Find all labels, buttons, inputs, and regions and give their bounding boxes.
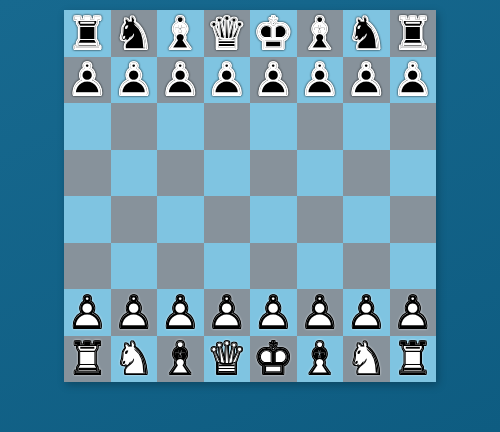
piece-black-pawn[interactable]: ♟♙ [250,57,297,104]
piece-outline-layer: ♗ [297,336,344,383]
square-f7[interactable]: ♟♙ [297,57,344,104]
piece-outline-layer: ♙ [297,289,344,336]
piece-black-pawn[interactable]: ♟♙ [390,57,437,104]
piece-black-king[interactable]: ♚♔ [250,10,297,57]
square-a7[interactable]: ♟♙ [64,57,111,104]
square-g1[interactable]: ♞♘ [343,336,390,383]
square-d8[interactable]: ♛♕ [204,10,251,57]
piece-black-pawn[interactable]: ♟♙ [204,57,251,104]
square-b5[interactable] [111,150,158,197]
square-h5[interactable] [390,150,437,197]
square-e1[interactable]: ♚♔ [250,336,297,383]
piece-outline-layer: ♙ [343,289,390,336]
piece-outline-layer: ♗ [157,10,204,57]
square-a8[interactable]: ♜♖ [64,10,111,57]
piece-outline-layer: ♖ [64,10,111,57]
piece-black-pawn[interactable]: ♟♙ [343,57,390,104]
piece-outline-layer: ♖ [64,336,111,383]
square-g3[interactable] [343,243,390,290]
piece-outline-layer: ♙ [157,57,204,104]
square-f1[interactable]: ♝♗ [297,336,344,383]
square-a2[interactable]: ♟♙ [64,289,111,336]
piece-outline-layer: ♙ [204,289,251,336]
piece-black-pawn[interactable]: ♟♙ [111,57,158,104]
piece-black-knight[interactable]: ♞♘ [111,10,158,57]
piece-white-pawn[interactable]: ♟♙ [111,289,158,336]
piece-outline-layer: ♕ [204,336,251,383]
piece-white-pawn[interactable]: ♟♙ [250,289,297,336]
piece-outline-layer: ♘ [343,336,390,383]
square-f4[interactable] [297,196,344,243]
piece-white-knight[interactable]: ♞♘ [111,336,158,383]
chess-board: ♜♖♞♘♝♗♛♕♚♔♝♗♞♘♜♖♟♙♟♙♟♙♟♙♟♙♟♙♟♙♟♙♟♙♟♙♟♙♟♙… [64,10,436,382]
square-c7[interactable]: ♟♙ [157,57,204,104]
square-h1[interactable]: ♜♖ [390,336,437,383]
square-h4[interactable] [390,196,437,243]
piece-outline-layer: ♙ [111,57,158,104]
piece-black-bishop[interactable]: ♝♗ [297,10,344,57]
square-e8[interactable]: ♚♔ [250,10,297,57]
square-b2[interactable]: ♟♙ [111,289,158,336]
square-a4[interactable] [64,196,111,243]
square-c2[interactable]: ♟♙ [157,289,204,336]
square-a1[interactable]: ♜♖ [64,336,111,383]
square-g2[interactable]: ♟♙ [343,289,390,336]
square-d4[interactable] [204,196,251,243]
piece-white-knight[interactable]: ♞♘ [343,336,390,383]
square-e7[interactable]: ♟♙ [250,57,297,104]
piece-white-rook[interactable]: ♜♖ [390,336,437,383]
square-g4[interactable] [343,196,390,243]
square-b6[interactable] [111,103,158,150]
square-c5[interactable] [157,150,204,197]
piece-black-pawn[interactable]: ♟♙ [157,57,204,104]
piece-black-bishop[interactable]: ♝♗ [157,10,204,57]
piece-white-pawn[interactable]: ♟♙ [204,289,251,336]
square-f6[interactable] [297,103,344,150]
piece-outline-layer: ♙ [204,57,251,104]
square-d3[interactable] [204,243,251,290]
square-c8[interactable]: ♝♗ [157,10,204,57]
piece-white-pawn[interactable]: ♟♙ [343,289,390,336]
square-e5[interactable] [250,150,297,197]
square-d5[interactable] [204,150,251,197]
square-d1[interactable]: ♛♕ [204,336,251,383]
square-h3[interactable] [390,243,437,290]
piece-outline-layer: ♘ [111,10,158,57]
piece-outline-layer: ♕ [204,10,251,57]
square-c1[interactable]: ♝♗ [157,336,204,383]
piece-black-rook[interactable]: ♜♖ [390,10,437,57]
piece-white-bishop[interactable]: ♝♗ [297,336,344,383]
square-d2[interactable]: ♟♙ [204,289,251,336]
square-e3[interactable] [250,243,297,290]
piece-white-pawn[interactable]: ♟♙ [390,289,437,336]
piece-outline-layer: ♘ [343,10,390,57]
piece-white-rook[interactable]: ♜♖ [64,336,111,383]
piece-black-rook[interactable]: ♜♖ [64,10,111,57]
piece-outline-layer: ♖ [390,10,437,57]
piece-outline-layer: ♙ [111,289,158,336]
square-e2[interactable]: ♟♙ [250,289,297,336]
piece-white-queen[interactable]: ♛♕ [204,336,251,383]
square-b1[interactable]: ♞♘ [111,336,158,383]
square-h7[interactable]: ♟♙ [390,57,437,104]
square-b3[interactable] [111,243,158,290]
piece-outline-layer: ♙ [250,57,297,104]
piece-outline-layer: ♙ [64,289,111,336]
piece-white-pawn[interactable]: ♟♙ [157,289,204,336]
square-g7[interactable]: ♟♙ [343,57,390,104]
square-b7[interactable]: ♟♙ [111,57,158,104]
square-b4[interactable] [111,196,158,243]
piece-outline-layer: ♗ [157,336,204,383]
piece-outline-layer: ♙ [390,57,437,104]
piece-outline-layer: ♙ [343,57,390,104]
piece-white-king[interactable]: ♚♔ [250,336,297,383]
square-g6[interactable] [343,103,390,150]
piece-black-knight[interactable]: ♞♘ [343,10,390,57]
square-c6[interactable] [157,103,204,150]
square-g8[interactable]: ♞♘ [343,10,390,57]
piece-white-pawn[interactable]: ♟♙ [64,289,111,336]
piece-outline-layer: ♔ [250,336,297,383]
square-g5[interactable] [343,150,390,197]
piece-outline-layer: ♙ [297,57,344,104]
square-h2[interactable]: ♟♙ [390,289,437,336]
square-a6[interactable] [64,103,111,150]
piece-outline-layer: ♙ [157,289,204,336]
square-d6[interactable] [204,103,251,150]
piece-white-bishop[interactable]: ♝♗ [157,336,204,383]
piece-outline-layer: ♔ [250,10,297,57]
square-e4[interactable] [250,196,297,243]
square-h8[interactable]: ♜♖ [390,10,437,57]
square-a3[interactable] [64,243,111,290]
square-c4[interactable] [157,196,204,243]
piece-outline-layer: ♖ [390,336,437,383]
square-h6[interactable] [390,103,437,150]
square-e6[interactable] [250,103,297,150]
piece-outline-layer: ♘ [111,336,158,383]
piece-outline-layer: ♙ [250,289,297,336]
piece-black-pawn[interactable]: ♟♙ [297,57,344,104]
piece-black-pawn[interactable]: ♟♙ [64,57,111,104]
piece-outline-layer: ♙ [390,289,437,336]
piece-black-queen[interactable]: ♛♕ [204,10,251,57]
square-f3[interactable] [297,243,344,290]
square-f2[interactable]: ♟♙ [297,289,344,336]
square-c3[interactable] [157,243,204,290]
piece-white-pawn[interactable]: ♟♙ [297,289,344,336]
piece-outline-layer: ♙ [64,57,111,104]
square-f5[interactable] [297,150,344,197]
square-f8[interactable]: ♝♗ [297,10,344,57]
piece-outline-layer: ♗ [297,10,344,57]
app-background: ♜♖♞♘♝♗♛♕♚♔♝♗♞♘♜♖♟♙♟♙♟♙♟♙♟♙♟♙♟♙♟♙♟♙♟♙♟♙♟♙… [0,0,500,432]
square-b8[interactable]: ♞♘ [111,10,158,57]
square-d7[interactable]: ♟♙ [204,57,251,104]
square-a5[interactable] [64,150,111,197]
